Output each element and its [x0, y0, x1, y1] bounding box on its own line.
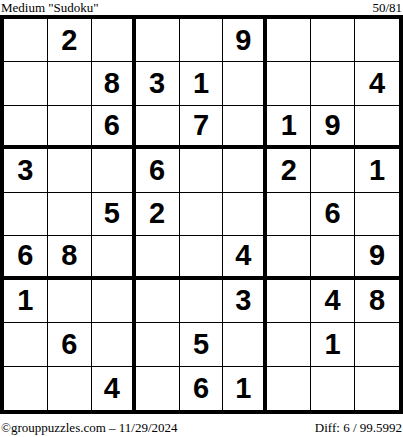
cell-r7c2[interactable]: [48, 280, 92, 323]
cell-r6c4[interactable]: [136, 236, 180, 279]
cell-r7c3[interactable]: [92, 280, 136, 323]
cell-r5c2[interactable]: [48, 193, 92, 236]
cell-r6c1[interactable]: 6: [4, 236, 48, 279]
cell-r1c9[interactable]: [355, 19, 399, 62]
cell-r9c2[interactable]: [48, 367, 92, 410]
cell-r8c9[interactable]: [355, 323, 399, 366]
cell-r5c9[interactable]: [355, 193, 399, 236]
difficulty-stats: Diff: 6 / 99.5992: [315, 420, 402, 435]
cell-r9c3[interactable]: 4: [92, 367, 136, 410]
cell-r3c3[interactable]: 6: [92, 106, 136, 149]
cell-r9c8[interactable]: [311, 367, 355, 410]
cell-r5c1[interactable]: [4, 193, 48, 236]
cell-r6c8[interactable]: [311, 236, 355, 279]
cell-r3c5[interactable]: 7: [180, 106, 224, 149]
cell-r3c9[interactable]: [355, 106, 399, 149]
cell-r8c2[interactable]: 6: [48, 323, 92, 366]
cell-r4c1[interactable]: 3: [4, 149, 48, 192]
cell-r5c5[interactable]: [180, 193, 224, 236]
cell-r7c4[interactable]: [136, 280, 180, 323]
cell-r5c4[interactable]: 2: [136, 193, 180, 236]
cell-r7c1[interactable]: 1: [4, 280, 48, 323]
cell-r1c3[interactable]: [92, 19, 136, 62]
cell-r7c8[interactable]: 4: [311, 280, 355, 323]
cell-r2c5[interactable]: 1: [180, 62, 224, 105]
cell-r8c6[interactable]: [223, 323, 267, 366]
cell-r3c7[interactable]: 1: [267, 106, 311, 149]
cell-r3c2[interactable]: [48, 106, 92, 149]
cell-r2c4[interactable]: 3: [136, 62, 180, 105]
cell-r5c6[interactable]: [223, 193, 267, 236]
cell-r3c1[interactable]: [4, 106, 48, 149]
cell-r2c8[interactable]: [311, 62, 355, 105]
cell-r1c6[interactable]: 9: [223, 19, 267, 62]
cell-r7c7[interactable]: [267, 280, 311, 323]
copyright-credit: ©grouppuzzles.com – 11/29/2024: [1, 420, 178, 435]
cell-r6c6[interactable]: 4: [223, 236, 267, 279]
cell-r8c8[interactable]: 1: [311, 323, 355, 366]
cell-r8c4[interactable]: [136, 323, 180, 366]
cell-r5c8[interactable]: 6: [311, 193, 355, 236]
cell-r9c5[interactable]: 6: [180, 367, 224, 410]
cell-r8c3[interactable]: [92, 323, 136, 366]
cell-r2c1[interactable]: [4, 62, 48, 105]
cell-r6c2[interactable]: 8: [48, 236, 92, 279]
cell-r3c6[interactable]: [223, 106, 267, 149]
cell-r4c3[interactable]: [92, 149, 136, 192]
cell-r9c6[interactable]: 1: [223, 367, 267, 410]
cell-r1c5[interactable]: [180, 19, 224, 62]
footer-bar: ©grouppuzzles.com – 11/29/2024 Diff: 6 /…: [0, 420, 403, 435]
cell-r9c4[interactable]: [136, 367, 180, 410]
cell-r1c1[interactable]: [4, 19, 48, 62]
cell-r4c5[interactable]: [180, 149, 224, 192]
cell-r3c8[interactable]: 9: [311, 106, 355, 149]
cell-r4c4[interactable]: 6: [136, 149, 180, 192]
cell-r4c9[interactable]: 1: [355, 149, 399, 192]
cell-r6c9[interactable]: 9: [355, 236, 399, 279]
cell-r4c8[interactable]: [311, 149, 355, 192]
cell-r2c6[interactable]: [223, 62, 267, 105]
cell-r2c7[interactable]: [267, 62, 311, 105]
cell-r6c7[interactable]: [267, 236, 311, 279]
cell-r4c7[interactable]: 2: [267, 149, 311, 192]
cell-r1c2[interactable]: 2: [48, 19, 92, 62]
cell-r5c3[interactable]: 5: [92, 193, 136, 236]
cell-r8c7[interactable]: [267, 323, 311, 366]
cell-r7c5[interactable]: [180, 280, 224, 323]
cell-r7c6[interactable]: 3: [223, 280, 267, 323]
empty-cell-counter: 50/81: [372, 1, 402, 15]
cell-r2c2[interactable]: [48, 62, 92, 105]
cell-r6c3[interactable]: [92, 236, 136, 279]
cell-r1c8[interactable]: [311, 19, 355, 62]
puzzle-title: Medium "Sudoku": [1, 1, 99, 15]
cell-r7c9[interactable]: 8: [355, 280, 399, 323]
cell-r4c6[interactable]: [223, 149, 267, 192]
cell-r4c2[interactable]: [48, 149, 92, 192]
cell-r6c5[interactable]: [180, 236, 224, 279]
cell-r9c1[interactable]: [4, 367, 48, 410]
cell-r2c3[interactable]: 8: [92, 62, 136, 105]
header-bar: Medium "Sudoku" 50/81: [0, 0, 403, 15]
cell-r9c9[interactable]: [355, 367, 399, 410]
cell-r2c9[interactable]: 4: [355, 62, 399, 105]
sudoku-board: 2983146719362152668491348651461: [0, 15, 403, 414]
cell-r5c7[interactable]: [267, 193, 311, 236]
cell-r8c1[interactable]: [4, 323, 48, 366]
cell-r3c4[interactable]: [136, 106, 180, 149]
cell-r1c4[interactable]: [136, 19, 180, 62]
cell-r8c5[interactable]: 5: [180, 323, 224, 366]
cell-r9c7[interactable]: [267, 367, 311, 410]
cell-r1c7[interactable]: [267, 19, 311, 62]
